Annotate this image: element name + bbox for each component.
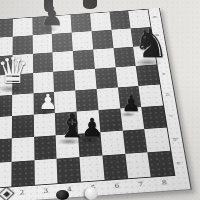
- board-cell: [90, 12, 111, 31]
- board-cell: [32, 34, 52, 54]
- board-cell: [33, 113, 55, 137]
- board-cell: [53, 51, 74, 72]
- black-knight-piece: ♞: [133, 23, 169, 63]
- rank-label: 6: [105, 179, 130, 195]
- board-cell: [115, 66, 138, 88]
- board-cell: [122, 129, 147, 154]
- board-cell: [34, 159, 58, 185]
- black-rook-partial-piece: [44, 0, 53, 12]
- board-cell: [79, 155, 104, 181]
- board-cell: [12, 93, 34, 116]
- board-cell: [111, 28, 133, 48]
- board-cell: [96, 87, 119, 110]
- board-cell: [52, 33, 73, 53]
- board-cell: [0, 138, 12, 163]
- board-cell: [125, 152, 151, 178]
- board-cell: [73, 50, 95, 71]
- board-cell: [74, 69, 96, 91]
- board-cell: [102, 154, 127, 180]
- file-label: e: [152, 69, 178, 78]
- board-cell: [11, 137, 34, 162]
- board-cell: [109, 11, 131, 30]
- captured-white-piece: [85, 187, 98, 200]
- board-cell: [72, 31, 93, 51]
- black-pawn-partial-piece: [83, 0, 97, 9]
- board-cell: [13, 18, 33, 37]
- board-logo-icon: [0, 188, 12, 199]
- board-cell: [33, 52, 54, 73]
- captured-dark-piece: [56, 190, 69, 200]
- board-cell: [0, 116, 12, 140]
- rank-label: 3: [34, 184, 58, 200]
- black-pawn-piece: ♟: [81, 115, 103, 140]
- board-cell: [0, 95, 12, 118]
- file-label: d: [155, 90, 182, 100]
- board-cell: [93, 48, 115, 69]
- board-cell: [57, 157, 81, 183]
- rank-label: 8: [152, 176, 178, 192]
- file-label: a: [165, 157, 194, 169]
- board-cell: [0, 19, 13, 38]
- board-cell: [0, 162, 11, 188]
- photo-frame: 12345678 abcdefgh ♛♟♝♟♟♞♟: [0, 0, 200, 200]
- board-cell: [53, 70, 75, 92]
- board-cell: [95, 67, 118, 89]
- rank-label: 7: [128, 177, 154, 193]
- board-cell: [11, 160, 34, 186]
- board-cell: [34, 135, 57, 160]
- file-label: c: [158, 111, 186, 121]
- photograph: 12345678 abcdefgh ♛♟♝♟♟♞♟: [0, 0, 200, 200]
- board-cell: [100, 131, 125, 156]
- file-label: b: [162, 134, 190, 145]
- board-cell: [71, 14, 92, 33]
- board-cell: [91, 30, 113, 50]
- white-pawn-piece: ♟: [39, 92, 58, 113]
- board-cell: [12, 115, 34, 139]
- white-queen-piece: ♛: [0, 53, 29, 89]
- black-pawn-piece: ♟: [121, 93, 141, 115]
